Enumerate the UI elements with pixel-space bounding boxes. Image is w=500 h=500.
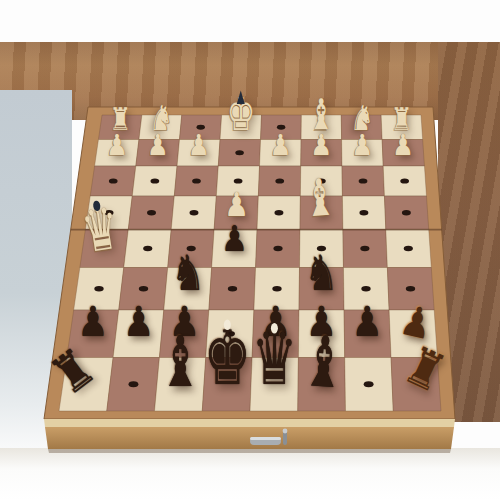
queen-glyph: ♛ [78,197,123,262]
piece-white-pawn-d2[interactable]: ♟ [270,132,292,161]
piece-white-pawn-f2[interactable]: ♟ [188,132,210,161]
rook-glyph: ♜ [44,341,104,405]
piece-black-pawn-b7[interactable]: ♟ [352,302,383,343]
pawn-glyph: ♟ [123,302,154,343]
piece-black-pawn-e5[interactable]: ♟ [221,222,248,257]
king-dark-tip [237,85,245,105]
piece-black-king-e8[interactable]: ♚ [204,318,251,397]
piece-black-bishop-c8[interactable]: ♝ [300,325,348,397]
piece-black-rook-a8[interactable]: ♜ [397,339,452,402]
piece-white-pawn-g2[interactable]: ♟ [147,132,169,161]
piece-white-bishop-c4[interactable]: ♝ [303,171,338,224]
piece-black-bishop-f8[interactable]: ♝ [159,327,202,397]
piece-white-pawn-a2[interactable]: ♟ [392,132,414,161]
piece-white-pawn-h2[interactable]: ♟ [106,132,128,161]
piece-black-rook-h8[interactable]: ♜ [44,341,104,405]
bishop-glyph: ♝ [159,327,202,397]
pawn-glyph: ♟ [352,302,383,343]
pawn-glyph: ♟ [106,132,128,161]
pawn-glyph: ♟ [188,132,210,161]
knight-glyph: ♞ [171,250,205,299]
piece-black-knight-f6[interactable]: ♞ [171,250,205,299]
pieces-layer: ♜♞♚♝♞♜♟♟♟♟♟♟♟♟♝♛♟♞♞♟♟♟♟♟♟♟♜♝♚♛♝♜ [0,0,500,500]
pawn-glyph: ♟ [392,132,414,161]
chess-photo-scene: ♜♞♚♝♞♜♟♟♟♟♟♟♟♟♝♛♟♞♞♟♟♟♟♟♟♟♜♝♚♛♝♜ [0,0,500,500]
pawn-glyph: ♟ [221,222,248,257]
piece-black-queen-d8[interactable]: ♛ [252,321,297,397]
bishop-glyph: ♝ [303,171,338,224]
pawn-glyph: ♟ [351,132,373,161]
pawn-glyph: ♟ [147,132,169,161]
piece-black-pawn-h7[interactable]: ♟ [78,302,109,343]
piece-white-pawn-b2[interactable]: ♟ [351,132,373,161]
piece-white-pawn-c2[interactable]: ♟ [311,132,333,161]
piece-black-knight-c6[interactable]: ♞ [305,250,339,299]
rook-glyph: ♜ [397,339,452,402]
bishop-glyph: ♝ [300,325,348,397]
piece-white-queen-h5[interactable]: ♛ [78,197,123,262]
pawn-glyph: ♟ [311,132,333,161]
royal-white-dot [224,319,231,330]
pawn-glyph: ♟ [270,132,292,161]
piece-white-king-e1[interactable]: ♚ [227,89,256,137]
piece-black-pawn-g7[interactable]: ♟ [123,302,154,343]
king-glyph: ♚ [204,318,251,397]
royal-white-dot [271,322,278,333]
pawn-glyph: ♟ [224,188,249,221]
knight-glyph: ♞ [305,250,339,299]
piece-white-pawn-e4[interactable]: ♟ [224,188,249,221]
pawn-glyph: ♟ [78,302,109,343]
